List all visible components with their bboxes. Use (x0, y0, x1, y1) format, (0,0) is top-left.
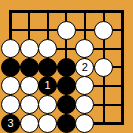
stone-white[interactable] (94, 58, 113, 77)
stone-white-move-2[interactable]: 2 (75, 58, 94, 77)
stone-white[interactable] (20, 95, 39, 114)
stone-black[interactable] (57, 95, 76, 114)
stone-white[interactable] (75, 76, 94, 95)
stone-white[interactable] (20, 39, 39, 58)
stone-white[interactable] (20, 114, 39, 133)
stones-layer: 213 (1, 2, 131, 132)
stone-white[interactable] (38, 39, 57, 58)
stone-white[interactable] (1, 39, 20, 58)
stone-black[interactable] (1, 58, 20, 77)
stone-white[interactable] (75, 39, 94, 58)
stone-white[interactable] (1, 76, 20, 95)
stone-black[interactable] (57, 58, 76, 77)
stone-black[interactable] (38, 58, 57, 77)
stone-black[interactable] (20, 58, 39, 77)
stone-black-move-1[interactable]: 1 (38, 76, 57, 95)
stone-white[interactable] (75, 114, 94, 133)
stone-white[interactable] (75, 95, 94, 114)
stone-white[interactable] (57, 21, 76, 40)
stone-white[interactable] (20, 76, 39, 95)
stone-white[interactable] (38, 95, 57, 114)
stone-black-move-3[interactable]: 3 (1, 114, 20, 133)
go-board[interactable]: 213 (0, 0, 133, 133)
stone-white[interactable] (1, 95, 20, 114)
stone-black[interactable] (57, 114, 76, 133)
stone-black[interactable] (57, 76, 76, 95)
stone-white[interactable] (94, 21, 113, 40)
stone-white[interactable] (38, 114, 57, 133)
